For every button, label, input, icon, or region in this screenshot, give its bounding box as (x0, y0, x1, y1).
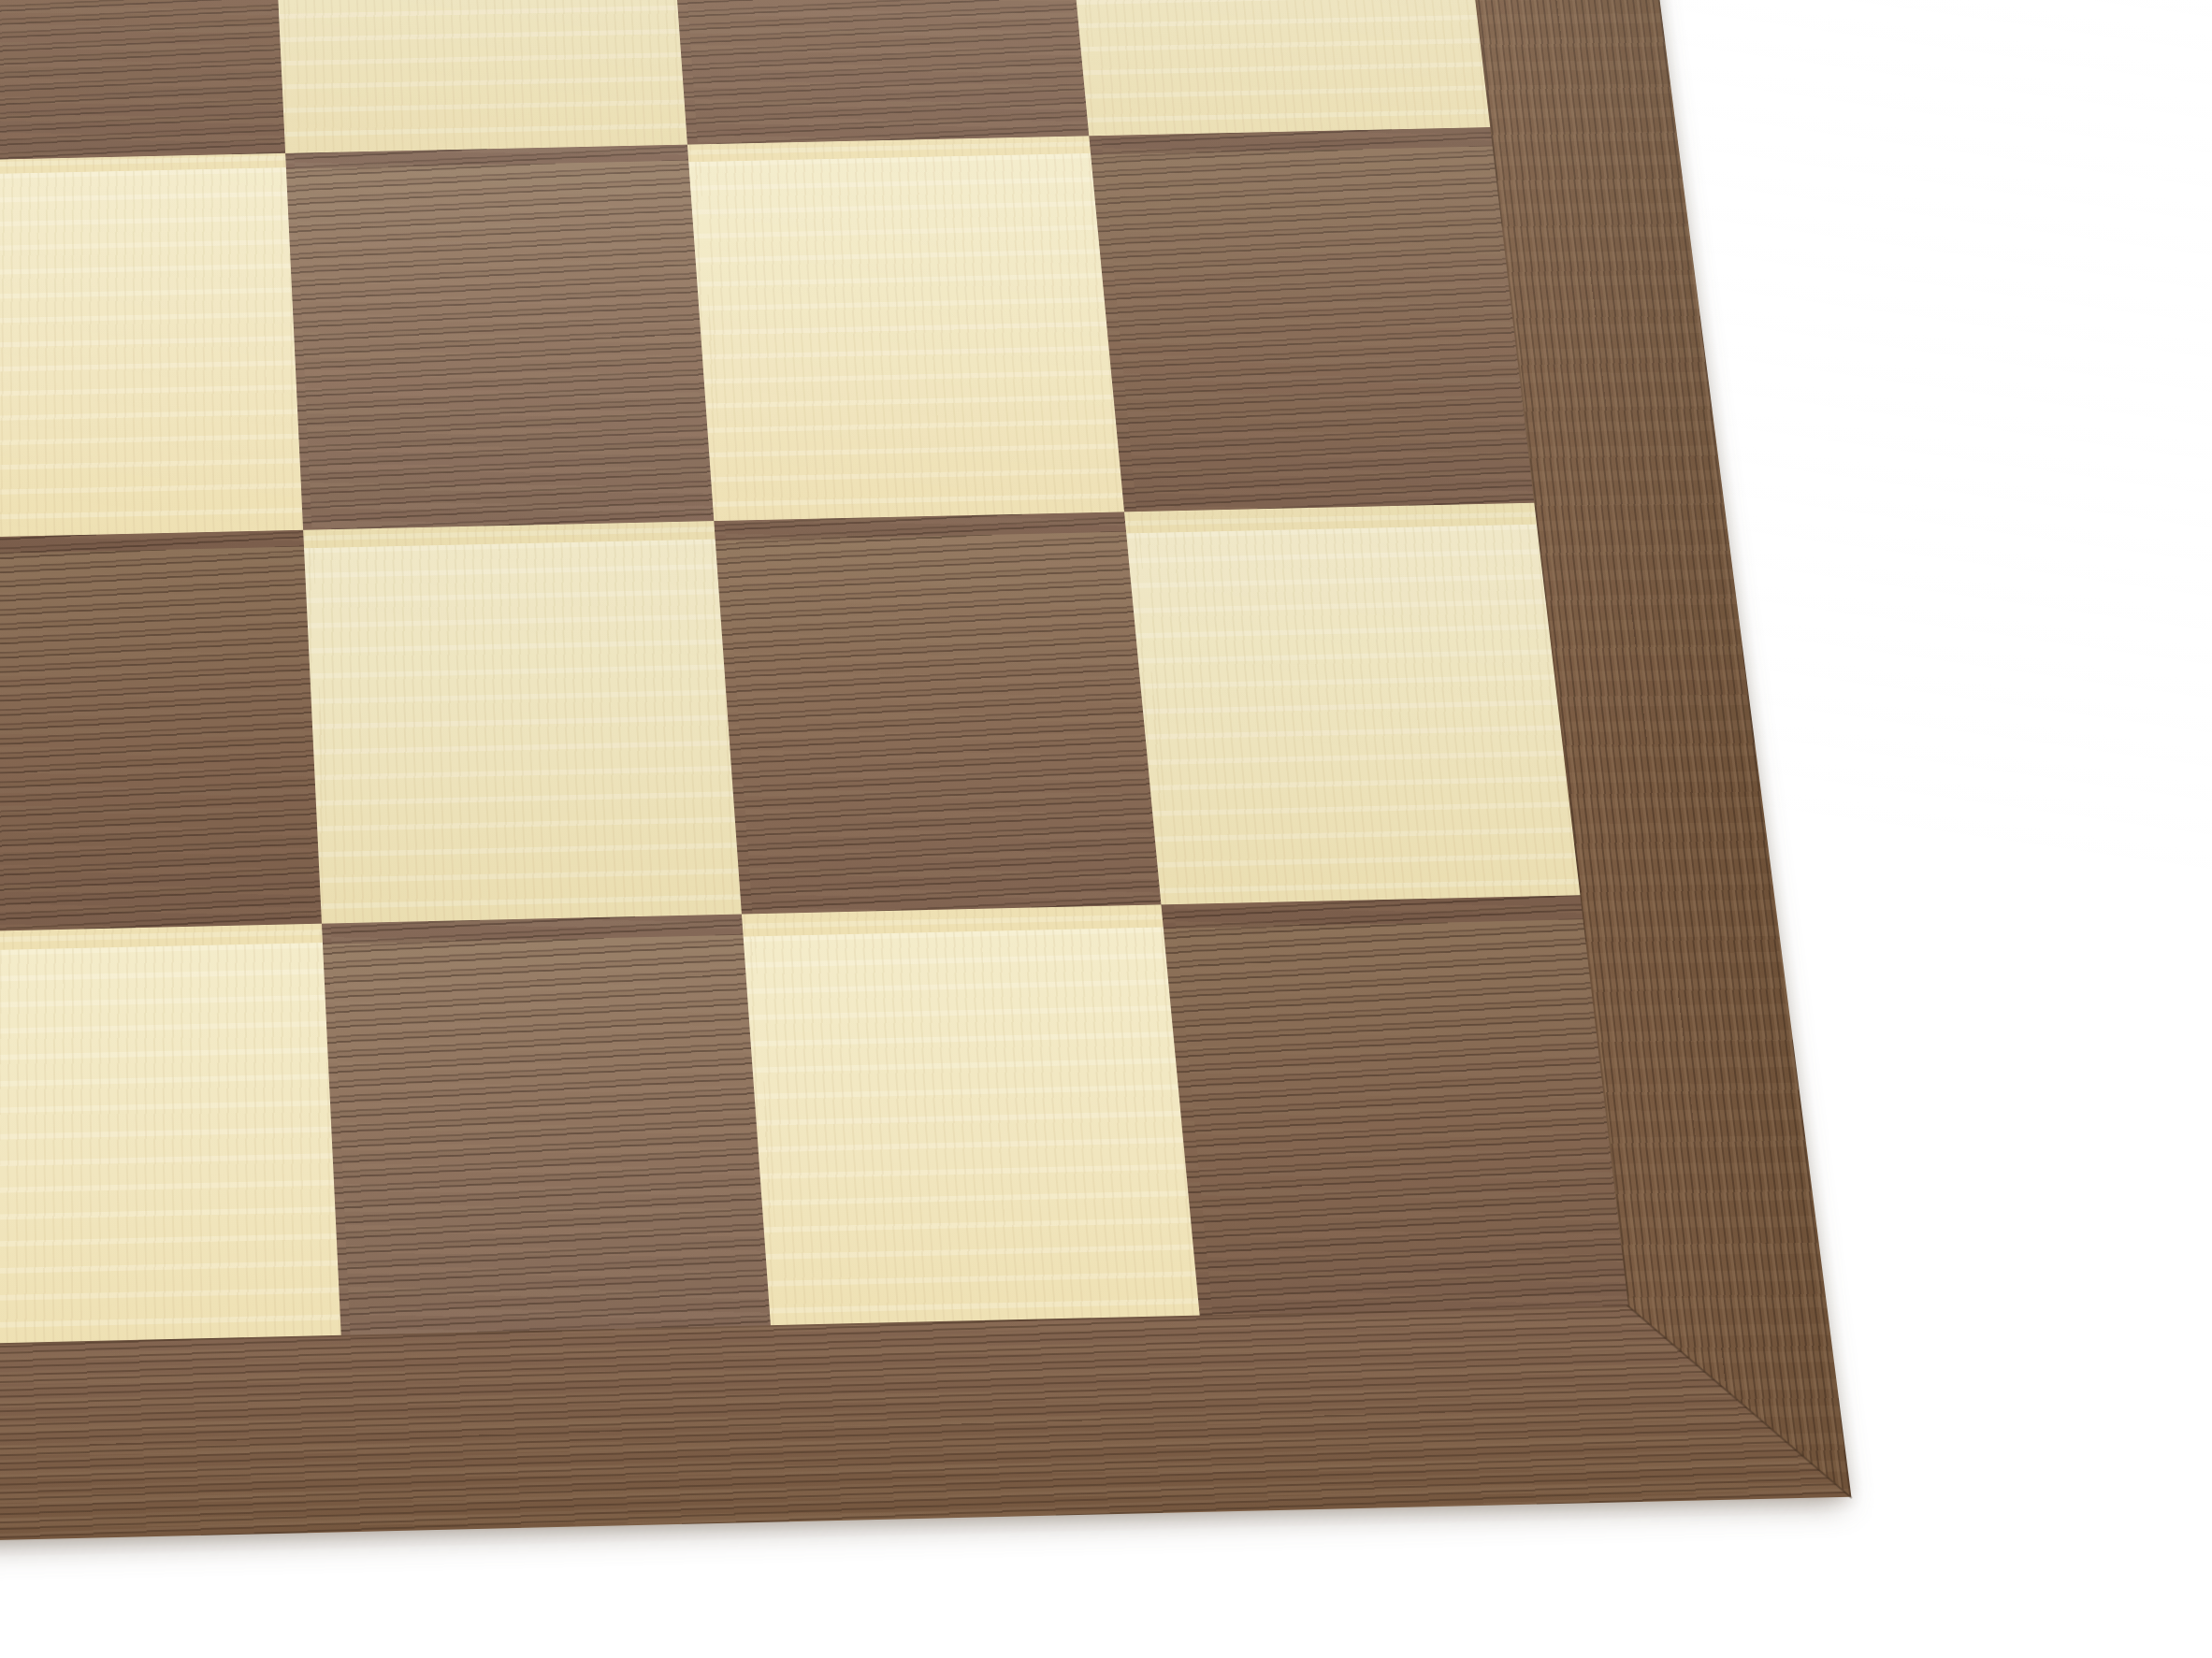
square-h3 (1089, 127, 1534, 512)
board-frame-bottom (0, 1301, 1851, 1587)
square-g4 (662, 0, 1090, 145)
square-e3 (0, 153, 303, 540)
square-h1 (1161, 895, 1627, 1315)
square-e4 (0, 0, 285, 162)
square-g3 (687, 136, 1124, 521)
square-h4 (1055, 0, 1490, 136)
square-f4 (268, 0, 687, 153)
photo-background (0, 0, 2212, 1658)
square-f1 (322, 915, 771, 1335)
chess-board (0, 0, 1851, 1588)
square-e2 (0, 530, 322, 933)
square-g2 (714, 512, 1161, 914)
square-e1 (0, 924, 341, 1346)
square-f3 (285, 145, 714, 530)
square-h2 (1124, 503, 1580, 905)
square-f2 (303, 521, 742, 924)
square-g1 (742, 904, 1200, 1325)
board-grid (0, 0, 1628, 1385)
